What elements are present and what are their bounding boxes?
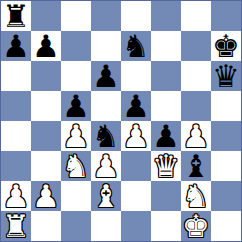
square-g8[interactable]	[181, 1, 211, 31]
square-h8[interactable]	[211, 1, 241, 31]
black-pawn: ♟	[152, 121, 180, 151]
white-pawn: ♟	[182, 121, 210, 151]
square-a8[interactable]: ♜	[1, 1, 31, 31]
square-h7[interactable]: ♚	[211, 31, 241, 61]
square-f2[interactable]	[151, 181, 181, 211]
square-c4[interactable]: ♟	[61, 121, 91, 151]
white-pawn: ♟	[122, 121, 150, 151]
square-d7[interactable]	[91, 31, 121, 61]
square-a3[interactable]	[1, 151, 31, 181]
black-queen: ♛	[212, 61, 240, 91]
square-g2[interactable]: ♞	[181, 181, 211, 211]
square-b3[interactable]	[31, 151, 61, 181]
square-d8[interactable]	[91, 1, 121, 31]
white-knight: ♞	[62, 151, 90, 181]
square-g1[interactable]: ♚	[181, 211, 211, 241]
white-rook: ♜	[2, 211, 30, 241]
square-e4[interactable]: ♟	[121, 121, 151, 151]
square-g5[interactable]	[181, 91, 211, 121]
square-b7[interactable]: ♟	[31, 31, 61, 61]
square-g7[interactable]	[181, 31, 211, 61]
square-c8[interactable]	[61, 1, 91, 31]
white-bishop: ♝	[92, 181, 120, 211]
square-b2[interactable]: ♟	[31, 181, 61, 211]
square-h5[interactable]	[211, 91, 241, 121]
square-h6[interactable]: ♛	[211, 61, 241, 91]
square-d6[interactable]: ♟	[91, 61, 121, 91]
square-e3[interactable]	[121, 151, 151, 181]
white-knight: ♞	[182, 181, 210, 211]
black-knight: ♞	[92, 121, 120, 151]
square-e5[interactable]: ♟	[121, 91, 151, 121]
square-d4[interactable]: ♞	[91, 121, 121, 151]
black-king: ♚	[212, 31, 240, 61]
square-e2[interactable]	[121, 181, 151, 211]
square-c5[interactable]: ♟	[61, 91, 91, 121]
square-h4[interactable]	[211, 121, 241, 151]
black-rook: ♜	[2, 1, 30, 31]
black-pawn: ♟	[32, 31, 60, 61]
square-h1[interactable]	[211, 211, 241, 241]
square-h2[interactable]	[211, 181, 241, 211]
square-b5[interactable]	[31, 91, 61, 121]
square-f7[interactable]	[151, 31, 181, 61]
black-pawn: ♟	[92, 61, 120, 91]
square-g4[interactable]: ♟	[181, 121, 211, 151]
square-e6[interactable]	[121, 61, 151, 91]
square-f8[interactable]	[151, 1, 181, 31]
square-c1[interactable]	[61, 211, 91, 241]
white-pawn: ♟	[62, 121, 90, 151]
square-g3[interactable]: ♝	[181, 151, 211, 181]
chess-board-frame: ♜♟♟♞♚♟♛♟♟♟♞♟♟♟♞♟♛♝♟♟♝♞♜♚	[0, 0, 242, 242]
square-f6[interactable]	[151, 61, 181, 91]
square-b1[interactable]	[31, 211, 61, 241]
chess-board: ♜♟♟♞♚♟♛♟♟♟♞♟♟♟♞♟♛♝♟♟♝♞♜♚	[1, 1, 241, 241]
square-d5[interactable]	[91, 91, 121, 121]
square-h3[interactable]	[211, 151, 241, 181]
square-d3[interactable]: ♟	[91, 151, 121, 181]
square-a6[interactable]	[1, 61, 31, 91]
black-knight: ♞	[122, 31, 150, 61]
square-e7[interactable]: ♞	[121, 31, 151, 61]
square-e8[interactable]	[121, 1, 151, 31]
square-a2[interactable]: ♟	[1, 181, 31, 211]
black-pawn: ♟	[62, 91, 90, 121]
black-bishop: ♝	[182, 151, 210, 181]
square-a4[interactable]	[1, 121, 31, 151]
square-b6[interactable]	[31, 61, 61, 91]
square-b4[interactable]	[31, 121, 61, 151]
square-e1[interactable]	[121, 211, 151, 241]
square-b8[interactable]	[31, 1, 61, 31]
square-c6[interactable]	[61, 61, 91, 91]
white-queen: ♛	[152, 151, 180, 181]
white-king: ♚	[182, 211, 210, 241]
black-pawn: ♟	[2, 31, 30, 61]
square-c2[interactable]	[61, 181, 91, 211]
square-f4[interactable]: ♟	[151, 121, 181, 151]
square-c7[interactable]	[61, 31, 91, 61]
square-g6[interactable]	[181, 61, 211, 91]
white-pawn: ♟	[32, 181, 60, 211]
black-pawn: ♟	[122, 91, 150, 121]
square-a1[interactable]: ♜	[1, 211, 31, 241]
square-a7[interactable]: ♟	[1, 31, 31, 61]
square-f5[interactable]	[151, 91, 181, 121]
square-f1[interactable]	[151, 211, 181, 241]
square-d2[interactable]: ♝	[91, 181, 121, 211]
white-pawn: ♟	[92, 151, 120, 181]
square-f3[interactable]: ♛	[151, 151, 181, 181]
white-pawn: ♟	[2, 181, 30, 211]
square-c3[interactable]: ♞	[61, 151, 91, 181]
square-d1[interactable]	[91, 211, 121, 241]
square-a5[interactable]	[1, 91, 31, 121]
